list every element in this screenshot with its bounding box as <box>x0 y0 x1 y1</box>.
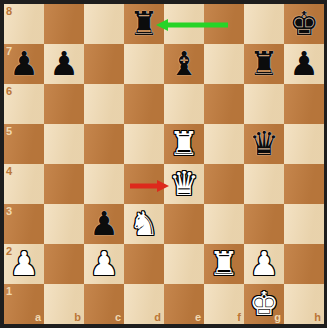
piece-black-pawn-a7[interactable]: ♟ <box>4 44 44 84</box>
square-c5[interactable] <box>84 124 124 164</box>
piece-black-pawn-h7[interactable]: ♟ <box>284 44 324 84</box>
square-g4[interactable] <box>244 164 284 204</box>
file-label-d: d <box>154 312 161 323</box>
square-d2[interactable] <box>124 244 164 284</box>
square-d4[interactable] <box>124 164 164 204</box>
piece-white-king-g1[interactable]: ♚ <box>244 284 284 324</box>
square-h6[interactable] <box>284 84 324 124</box>
piece-white-pawn-a2[interactable]: ♟ <box>4 244 44 284</box>
square-a3[interactable]: 3 <box>4 204 44 244</box>
square-b2[interactable] <box>44 244 84 284</box>
piece-black-rook-g7[interactable]: ♜ <box>244 44 284 84</box>
square-c8[interactable] <box>84 4 124 44</box>
file-label-e: e <box>195 312 201 323</box>
square-f5[interactable] <box>204 124 244 164</box>
chess-board-frame: 87654321abcdefgh ♜♚♟♟♝♜♟♜♛♛♟♞♟♟♜♟♚ <box>0 0 327 328</box>
square-d7[interactable] <box>124 44 164 84</box>
square-d1[interactable]: d <box>124 284 164 324</box>
square-e1[interactable]: e <box>164 284 204 324</box>
piece-white-rook-f2[interactable]: ♜ <box>204 244 244 284</box>
piece-white-knight-d3[interactable]: ♞ <box>124 204 164 244</box>
piece-black-king-h8[interactable]: ♚ <box>284 4 324 44</box>
piece-black-rook-d8[interactable]: ♜ <box>124 4 164 44</box>
rank-label-6: 6 <box>6 86 12 97</box>
file-label-a: a <box>35 312 41 323</box>
square-c4[interactable] <box>84 164 124 204</box>
square-f4[interactable] <box>204 164 244 204</box>
rank-label-4: 4 <box>6 166 12 177</box>
file-label-b: b <box>74 312 81 323</box>
square-g3[interactable] <box>244 204 284 244</box>
square-h5[interactable] <box>284 124 324 164</box>
square-e8[interactable] <box>164 4 204 44</box>
square-h3[interactable] <box>284 204 324 244</box>
piece-white-pawn-g2[interactable]: ♟ <box>244 244 284 284</box>
square-c6[interactable] <box>84 84 124 124</box>
rank-label-3: 3 <box>6 206 12 217</box>
square-f3[interactable] <box>204 204 244 244</box>
square-e6[interactable] <box>164 84 204 124</box>
rank-label-1: 1 <box>6 286 12 297</box>
rank-label-8: 8 <box>6 6 12 17</box>
square-e3[interactable] <box>164 204 204 244</box>
square-f8[interactable] <box>204 4 244 44</box>
square-b5[interactable] <box>44 124 84 164</box>
square-f6[interactable] <box>204 84 244 124</box>
square-f1[interactable]: f <box>204 284 244 324</box>
file-label-h: h <box>314 312 321 323</box>
square-b8[interactable] <box>44 4 84 44</box>
square-c1[interactable]: c <box>84 284 124 324</box>
piece-white-rook-e5[interactable]: ♜ <box>164 124 204 164</box>
square-g6[interactable] <box>244 84 284 124</box>
square-a5[interactable]: 5 <box>4 124 44 164</box>
square-e2[interactable] <box>164 244 204 284</box>
piece-black-pawn-b7[interactable]: ♟ <box>44 44 84 84</box>
file-label-f: f <box>237 312 241 323</box>
square-b4[interactable] <box>44 164 84 204</box>
square-b1[interactable]: b <box>44 284 84 324</box>
square-b6[interactable] <box>44 84 84 124</box>
square-a6[interactable]: 6 <box>4 84 44 124</box>
square-g8[interactable] <box>244 4 284 44</box>
square-b3[interactable] <box>44 204 84 244</box>
square-f7[interactable] <box>204 44 244 84</box>
piece-white-queen-e4[interactable]: ♛ <box>164 164 204 204</box>
square-d5[interactable] <box>124 124 164 164</box>
square-a4[interactable]: 4 <box>4 164 44 204</box>
piece-black-bishop-e7[interactable]: ♝ <box>164 44 204 84</box>
piece-white-pawn-c2[interactable]: ♟ <box>84 244 124 284</box>
rank-label-5: 5 <box>6 126 12 137</box>
piece-black-queen-g5[interactable]: ♛ <box>244 124 284 164</box>
square-a1[interactable]: 1a <box>4 284 44 324</box>
square-h1[interactable]: h <box>284 284 324 324</box>
square-a8[interactable]: 8 <box>4 4 44 44</box>
square-c7[interactable] <box>84 44 124 84</box>
file-label-c: c <box>115 312 121 323</box>
piece-black-pawn-c3[interactable]: ♟ <box>84 204 124 244</box>
square-d6[interactable] <box>124 84 164 124</box>
square-h4[interactable] <box>284 164 324 204</box>
square-h2[interactable] <box>284 244 324 284</box>
